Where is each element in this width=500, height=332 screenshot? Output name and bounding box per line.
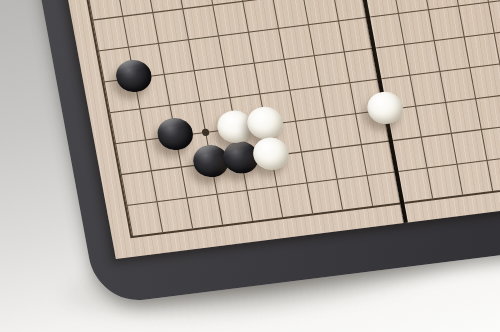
board-photo (0, 0, 500, 332)
star-point-d4 (201, 128, 209, 136)
go-board (6, 0, 500, 259)
grid-cell (242, 0, 278, 32)
grid-cell (475, 94, 500, 129)
grid-cell (469, 64, 500, 99)
